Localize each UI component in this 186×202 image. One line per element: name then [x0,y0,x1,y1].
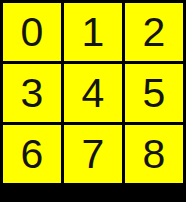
tile-r1c1[interactable]: 4 [64,64,122,122]
tile-r2c1[interactable]: 7 [64,125,122,183]
tile-r2c0[interactable]: 6 [3,125,61,183]
puzzle-board: 0 1 2 3 4 5 6 7 8 [0,0,186,186]
tile-r0c2[interactable]: 2 [125,3,183,61]
tile-r2c2[interactable]: 8 [125,125,183,183]
tile-r0c1[interactable]: 1 [64,3,122,61]
tile-r1c0[interactable]: 3 [3,64,61,122]
tile-r1c2[interactable]: 5 [125,64,183,122]
tile-r0c0[interactable]: 0 [3,3,61,61]
